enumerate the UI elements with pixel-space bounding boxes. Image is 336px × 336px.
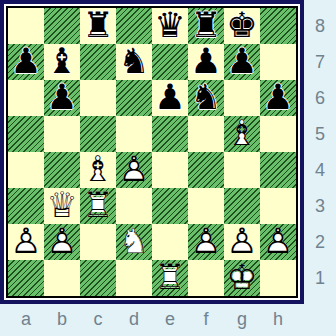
file-labels: abcdefgh: [8, 304, 296, 336]
square-e6[interactable]: ♟: [152, 80, 188, 116]
white-pawn-d4: ♟♙: [116, 152, 152, 188]
white-queen-b3: ♛♕: [44, 188, 80, 224]
square-f8[interactable]: ♜: [188, 8, 224, 44]
rank-label-6: 6: [304, 80, 336, 116]
square-f4[interactable]: [188, 152, 224, 188]
chess-board: ♜♛♜♚♟♝♞♟♟♟♟♞♟♝♗♝♗♟♙♛♕♜♖♟♙♟♙♞♘♟♙♟♙♟♙♜♖♚♔: [6, 6, 298, 298]
square-a8[interactable]: [8, 8, 44, 44]
square-h5[interactable]: [260, 116, 296, 152]
square-b2[interactable]: ♟♙: [44, 224, 80, 260]
square-c5[interactable]: [80, 116, 116, 152]
square-h1[interactable]: [260, 260, 296, 296]
white-pawn-h2: ♟♙: [260, 224, 296, 260]
white-bishop-g5: ♝♗: [224, 116, 260, 152]
white-pawn-f2: ♟♙: [188, 224, 224, 260]
board-frame: ♜♛♜♚♟♝♞♟♟♟♟♞♟♝♗♝♗♟♙♛♕♜♖♟♙♟♙♞♘♟♙♟♙♟♙♜♖♚♔: [0, 0, 304, 304]
square-f5[interactable]: [188, 116, 224, 152]
square-c2[interactable]: [80, 224, 116, 260]
square-c6[interactable]: [80, 80, 116, 116]
black-pawn-a7: ♟: [8, 44, 44, 80]
square-a1[interactable]: [8, 260, 44, 296]
square-a2[interactable]: ♟♙: [8, 224, 44, 260]
white-king-g1: ♚♔: [224, 260, 260, 296]
square-e4[interactable]: [152, 152, 188, 188]
square-h6[interactable]: ♟: [260, 80, 296, 116]
square-e8[interactable]: ♛: [152, 8, 188, 44]
square-d2[interactable]: ♞♘: [116, 224, 152, 260]
square-d3[interactable]: [116, 188, 152, 224]
black-rook-c8: ♜: [80, 8, 116, 44]
rank-label-1: 1: [304, 260, 336, 296]
square-f7[interactable]: ♟: [188, 44, 224, 80]
square-h4[interactable]: [260, 152, 296, 188]
square-d1[interactable]: [116, 260, 152, 296]
chess-diagram: ♜♛♜♚♟♝♞♟♟♟♟♞♟♝♗♝♗♟♙♛♕♜♖♟♙♟♙♞♘♟♙♟♙♟♙♜♖♚♔ …: [0, 0, 336, 336]
file-label-h: h: [260, 304, 296, 336]
square-c8[interactable]: ♜: [80, 8, 116, 44]
rank-labels: 87654321: [304, 8, 336, 296]
white-bishop-c4: ♝♗: [80, 152, 116, 188]
square-e7[interactable]: [152, 44, 188, 80]
square-d6[interactable]: [116, 80, 152, 116]
file-label-a: a: [8, 304, 44, 336]
square-d7[interactable]: ♞: [116, 44, 152, 80]
black-knight-f6: ♞: [188, 80, 224, 116]
black-pawn-g7: ♟: [224, 44, 260, 80]
black-pawn-h6: ♟: [260, 80, 296, 116]
white-pawn-a2: ♟♙: [8, 224, 44, 260]
square-c1[interactable]: [80, 260, 116, 296]
rank-label-3: 3: [304, 188, 336, 224]
square-c3[interactable]: ♜♖: [80, 188, 116, 224]
rank-label-5: 5: [304, 116, 336, 152]
rank-label-7: 7: [304, 44, 336, 80]
rank-label-2: 2: [304, 224, 336, 260]
square-f2[interactable]: ♟♙: [188, 224, 224, 260]
square-h8[interactable]: [260, 8, 296, 44]
square-c4[interactable]: ♝♗: [80, 152, 116, 188]
square-g4[interactable]: [224, 152, 260, 188]
square-a5[interactable]: [8, 116, 44, 152]
black-king-g8: ♚: [224, 8, 260, 44]
white-rook-e1: ♜♖: [152, 260, 188, 296]
square-b4[interactable]: [44, 152, 80, 188]
square-b1[interactable]: [44, 260, 80, 296]
square-b6[interactable]: ♟: [44, 80, 80, 116]
square-d8[interactable]: [116, 8, 152, 44]
black-knight-d7: ♞: [116, 44, 152, 80]
board-inner-frame: ♜♛♜♚♟♝♞♟♟♟♟♞♟♝♗♝♗♟♙♛♕♜♖♟♙♟♙♞♘♟♙♟♙♟♙♜♖♚♔: [4, 4, 300, 300]
square-g1[interactable]: ♚♔: [224, 260, 260, 296]
square-h3[interactable]: [260, 188, 296, 224]
square-c7[interactable]: [80, 44, 116, 80]
white-rook-c3: ♜♖: [80, 188, 116, 224]
square-b5[interactable]: [44, 116, 80, 152]
rank-label-4: 4: [304, 152, 336, 188]
square-e5[interactable]: [152, 116, 188, 152]
square-a4[interactable]: [8, 152, 44, 188]
square-f6[interactable]: ♞: [188, 80, 224, 116]
black-rook-f8: ♜: [188, 8, 224, 44]
black-bishop-b7: ♝: [44, 44, 80, 80]
black-pawn-b6: ♟: [44, 80, 80, 116]
square-d5[interactable]: [116, 116, 152, 152]
square-g5[interactable]: ♝♗: [224, 116, 260, 152]
square-a3[interactable]: [8, 188, 44, 224]
square-e2[interactable]: [152, 224, 188, 260]
square-b3[interactable]: ♛♕: [44, 188, 80, 224]
square-g2[interactable]: ♟♙: [224, 224, 260, 260]
file-label-c: c: [80, 304, 116, 336]
square-e1[interactable]: ♜♖: [152, 260, 188, 296]
square-g7[interactable]: ♟: [224, 44, 260, 80]
square-b7[interactable]: ♝: [44, 44, 80, 80]
square-b8[interactable]: [44, 8, 80, 44]
file-label-f: f: [188, 304, 224, 336]
square-g8[interactable]: ♚: [224, 8, 260, 44]
white-pawn-b2: ♟♙: [44, 224, 80, 260]
square-h7[interactable]: [260, 44, 296, 80]
rank-label-8: 8: [304, 8, 336, 44]
black-pawn-f7: ♟: [188, 44, 224, 80]
square-f1[interactable]: [188, 260, 224, 296]
white-pawn-g2: ♟♙: [224, 224, 260, 260]
file-label-b: b: [44, 304, 80, 336]
square-f3[interactable]: [188, 188, 224, 224]
file-label-d: d: [116, 304, 152, 336]
square-a7[interactable]: ♟: [8, 44, 44, 80]
square-g6[interactable]: [224, 80, 260, 116]
black-pawn-e6: ♟: [152, 80, 188, 116]
file-label-e: e: [152, 304, 188, 336]
white-knight-d2: ♞♘: [116, 224, 152, 260]
square-d4[interactable]: ♟♙: [116, 152, 152, 188]
square-h2[interactable]: ♟♙: [260, 224, 296, 260]
square-e3[interactable]: [152, 188, 188, 224]
black-queen-e8: ♛: [152, 8, 188, 44]
file-label-g: g: [224, 304, 260, 336]
square-a6[interactable]: [8, 80, 44, 116]
square-g3[interactable]: [224, 188, 260, 224]
